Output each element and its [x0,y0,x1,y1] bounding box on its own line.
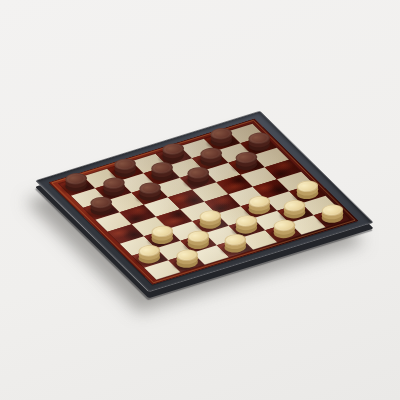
photo-stage [0,0,400,400]
board-grid [59,124,350,280]
checkers-board [35,111,374,292]
